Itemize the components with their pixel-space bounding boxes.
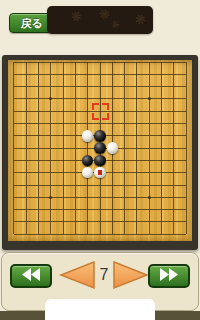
maple-leaf-icon: ❋ <box>70 9 84 24</box>
board-vline <box>186 62 187 234</box>
black-stone <box>94 155 106 167</box>
cursor-corner <box>102 113 109 120</box>
ad-banner: ❋ ❋ ✾ ❋ <box>47 6 153 34</box>
maple-leaf-icon: ✾ <box>108 17 123 32</box>
white-stone <box>82 167 94 179</box>
star-point <box>148 97 151 100</box>
board-hline <box>14 234 186 235</box>
triangle-right-icon <box>112 278 150 293</box>
board-vline <box>173 62 174 234</box>
star-point <box>49 97 52 100</box>
placement-cursor <box>92 103 109 120</box>
maple-leaf-icon: ❋ <box>98 7 111 22</box>
next-move-button[interactable] <box>112 260 150 290</box>
board-frame <box>2 55 198 250</box>
double-chevron-left-icon <box>21 267 41 285</box>
last-move-button[interactable] <box>148 264 190 288</box>
board-hline <box>14 209 186 210</box>
black-stone <box>82 155 94 167</box>
white-stone <box>94 167 106 179</box>
cursor-corner <box>92 103 99 110</box>
white-stone <box>82 130 94 142</box>
board-grid[interactable] <box>8 60 192 241</box>
first-move-button[interactable] <box>10 264 52 288</box>
black-stone <box>94 142 106 154</box>
maple-leaf-icon: ❋ <box>133 11 149 28</box>
move-counter: 7 <box>94 266 114 284</box>
cursor-corner <box>102 103 109 110</box>
star-point <box>148 196 151 199</box>
black-stone <box>94 130 106 142</box>
last-move-marker <box>98 170 103 175</box>
triangle-left-icon <box>58 278 96 293</box>
star-point <box>49 196 52 199</box>
white-stone <box>107 142 119 154</box>
previous-move-button[interactable] <box>58 260 96 290</box>
double-chevron-right-icon <box>159 267 179 285</box>
board-hline <box>14 221 186 222</box>
bottom-white-panel <box>45 299 155 320</box>
app-screen: 戻る ❋ ❋ ✾ ❋ <box>0 0 200 320</box>
cursor-corner <box>92 113 99 120</box>
